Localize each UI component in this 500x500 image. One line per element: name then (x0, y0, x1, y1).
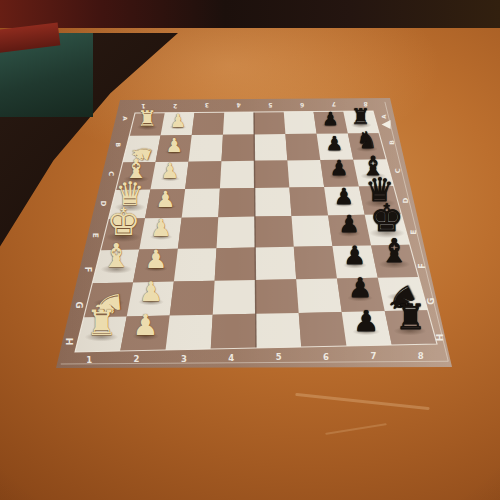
black-rook-a8[interactable]: ♜ (351, 107, 371, 129)
white-bishop-f1[interactable]: ♝ (102, 240, 132, 273)
black-pawn-d7[interactable]: ♟ (334, 185, 354, 207)
pieces-layer: ♜♟♟♜♞♟♟♞♝♟♟♝♛♟♟♛♚♟♟♚♝♟♟♝♞♟♟♞♜♟♟♜ (0, 0, 500, 500)
black-pawn-c7[interactable]: ♟ (330, 159, 349, 180)
photo-scene: AABBCCDDEEFFGGHH1122334455667788 ♜♟♟♜♞♟♟… (0, 0, 500, 500)
black-pawn-g7[interactable]: ♟ (348, 274, 372, 301)
white-pawn-d2[interactable]: ♟ (156, 188, 176, 210)
white-pawn-h2[interactable]: ♟ (133, 311, 159, 340)
black-pawn-a7[interactable]: ♟ (322, 110, 338, 128)
white-pawn-f2[interactable]: ♟ (145, 247, 168, 272)
white-pawn-e2[interactable]: ♟ (150, 216, 171, 240)
black-bishop-f8[interactable]: ♝ (380, 235, 410, 268)
white-rook-a1[interactable]: ♜ (138, 109, 158, 131)
white-pawn-a2[interactable]: ♟ (170, 112, 186, 130)
black-pawn-f7[interactable]: ♟ (343, 243, 366, 268)
white-rook-h1[interactable]: ♜ (86, 306, 117, 341)
white-pawn-b2[interactable]: ♟ (165, 135, 182, 154)
white-pawn-g2[interactable]: ♟ (139, 278, 163, 305)
white-pawn-c2[interactable]: ♟ (161, 161, 180, 182)
black-pawn-e7[interactable]: ♟ (338, 213, 359, 237)
black-pawn-h7[interactable]: ♟ (353, 306, 379, 335)
black-rook-h8[interactable]: ♜ (395, 300, 426, 335)
black-pawn-b7[interactable]: ♟ (326, 134, 343, 153)
